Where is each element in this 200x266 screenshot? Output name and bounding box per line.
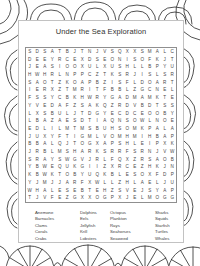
grid-cell: L bbox=[49, 140, 57, 148]
grid-cell: Q bbox=[56, 140, 64, 148]
grid-cell: S bbox=[139, 48, 147, 56]
grid-cell: N bbox=[154, 117, 162, 125]
grid-cell: F bbox=[79, 179, 87, 187]
grid-cell: S bbox=[116, 79, 124, 87]
grid-cell: A bbox=[41, 140, 49, 148]
grid-cell: L bbox=[56, 125, 64, 133]
grid-cell: Y bbox=[49, 56, 57, 64]
grid-cell: R bbox=[41, 86, 49, 94]
grid-cell: T bbox=[26, 194, 34, 202]
grid-cell: I bbox=[109, 79, 117, 87]
grid-cell: B bbox=[64, 48, 72, 56]
grid-cell: X bbox=[79, 194, 87, 202]
grid-cell: K bbox=[71, 163, 79, 171]
grid-cell: O bbox=[131, 117, 139, 125]
grid-cell: V bbox=[79, 156, 87, 164]
grid-cell: Z bbox=[116, 179, 124, 187]
grid-cell: U bbox=[169, 63, 177, 71]
grid-cell: U bbox=[86, 63, 94, 71]
grid-cell: B bbox=[94, 125, 102, 133]
grid-cell: F bbox=[26, 94, 34, 102]
word-list-column: SharksSquidsStarfishTurtlesWhales bbox=[155, 210, 170, 242]
grid-cell: D bbox=[161, 171, 169, 179]
grid-cell: S bbox=[101, 148, 109, 156]
word-list-item: Seaweed bbox=[110, 236, 155, 242]
grid-cell: E bbox=[34, 63, 42, 71]
grid-cell: Z bbox=[101, 79, 109, 87]
grid-cell: B bbox=[49, 110, 57, 118]
grid-cell: S bbox=[71, 117, 79, 125]
grid-cell: S bbox=[56, 156, 64, 164]
grid-cell: K bbox=[154, 56, 162, 64]
grid-cell: P bbox=[169, 187, 177, 195]
grid-cell: P bbox=[154, 63, 162, 71]
grid-cell: C bbox=[86, 71, 94, 79]
grid-cell: J bbox=[34, 179, 42, 187]
grid-cell: S bbox=[94, 56, 102, 64]
word-list-item: Whales bbox=[155, 236, 170, 242]
grid-cell: L bbox=[146, 117, 154, 125]
grid-cell: P bbox=[169, 171, 177, 179]
grid-cell: E bbox=[49, 163, 57, 171]
grid-cell: E bbox=[71, 56, 79, 64]
grid-cell: F bbox=[109, 156, 117, 164]
word-list-item: Squids bbox=[155, 216, 170, 222]
grid-cell: H bbox=[124, 133, 132, 141]
grid-cell: D bbox=[26, 56, 34, 64]
grid-cell: G bbox=[86, 140, 94, 148]
grid-cell: N bbox=[154, 86, 162, 94]
grid-cell: N bbox=[86, 48, 94, 56]
grid-cell: J bbox=[124, 194, 132, 202]
grid-cell: A bbox=[79, 148, 87, 156]
grid-cell: L bbox=[161, 48, 169, 56]
grid-cell: P bbox=[79, 71, 87, 79]
grid-cell: O bbox=[161, 117, 169, 125]
word-list-item: Crabs bbox=[35, 236, 80, 242]
grid-cell: B bbox=[139, 102, 147, 110]
grid-cell: Z bbox=[64, 194, 72, 202]
grid-cell: B bbox=[79, 187, 87, 195]
grid-cell: F bbox=[146, 56, 154, 64]
grid-cell: A bbox=[154, 156, 162, 164]
grid-cell: Z bbox=[56, 86, 64, 94]
grid-cell: B bbox=[146, 63, 154, 71]
grid-cell: B bbox=[34, 171, 42, 179]
grid-cell: B bbox=[34, 163, 42, 171]
grid-cell: X bbox=[101, 63, 109, 71]
grid-cell: Z bbox=[109, 102, 117, 110]
grid-cell: J bbox=[161, 163, 169, 171]
grid-cell: I bbox=[139, 71, 147, 79]
grid-cell: A bbox=[41, 117, 49, 125]
grid-cell: O bbox=[139, 171, 147, 179]
grid-cell: L bbox=[26, 110, 34, 118]
grid-cell: T bbox=[79, 110, 87, 118]
word-list-column: AnemoneBarnaclesClamsCoralsCrabs bbox=[35, 210, 80, 242]
grid-cell: X bbox=[109, 163, 117, 171]
grid-cell: Z bbox=[94, 71, 102, 79]
grid-cell: J bbox=[26, 133, 34, 141]
word-list-column: DolphinsEelsJellyfishKrillLobsters bbox=[80, 210, 110, 242]
grid-cell: X bbox=[116, 194, 124, 202]
grid-cell: M bbox=[131, 133, 139, 141]
grid-cell: R bbox=[86, 148, 94, 156]
grid-cell: F bbox=[101, 86, 109, 94]
grid-cell: A bbox=[161, 133, 169, 141]
grid-cell: L bbox=[101, 179, 109, 187]
grid-cell: A bbox=[161, 187, 169, 195]
grid-cell: J bbox=[34, 194, 42, 202]
word-list-item: Lobsters bbox=[80, 236, 110, 242]
grid-cell: M bbox=[56, 148, 64, 156]
grid-cell: E bbox=[41, 56, 49, 64]
grid-cell: T bbox=[64, 133, 72, 141]
grid-cell: W bbox=[26, 187, 34, 195]
grid-cell: S bbox=[26, 48, 34, 56]
grid-cell: D bbox=[49, 102, 57, 110]
grid-cell: O bbox=[109, 133, 117, 141]
grid-cell: T bbox=[86, 187, 94, 195]
grid-cell: K bbox=[154, 94, 162, 102]
grid-cell: E bbox=[131, 163, 139, 171]
grid-cell: R bbox=[139, 148, 147, 156]
grid-cell: A bbox=[154, 125, 162, 133]
grid-cell: M bbox=[131, 125, 139, 133]
grid-cell: M bbox=[131, 94, 139, 102]
grid-cell: W bbox=[86, 94, 94, 102]
grid-cell: P bbox=[169, 133, 177, 141]
grid-cell: D bbox=[139, 79, 147, 87]
word-search-screenshot: Under the Sea Exploration SDSATBJTNJVSQX… bbox=[0, 0, 200, 266]
grid-cell: A bbox=[56, 102, 64, 110]
grid-cell: E bbox=[131, 187, 139, 195]
grid-cell: S bbox=[116, 63, 124, 71]
grid-cell: O bbox=[139, 56, 147, 64]
grid-cell: E bbox=[109, 110, 117, 118]
grid-cell: L bbox=[131, 140, 139, 148]
grid-cell: H bbox=[71, 148, 79, 156]
grid-cell: Y bbox=[79, 171, 87, 179]
grid-cell: X bbox=[49, 86, 57, 94]
grid-cell: R bbox=[109, 148, 117, 156]
grid-cell: M bbox=[146, 194, 154, 202]
grid-cell: L bbox=[161, 125, 169, 133]
grid-cell: I bbox=[56, 63, 64, 71]
grid-cell: V bbox=[161, 148, 169, 156]
grid-cell: T bbox=[64, 86, 72, 94]
grid-cell: K bbox=[139, 125, 147, 133]
grid-cell: A bbox=[154, 48, 162, 56]
grid-cell: I bbox=[49, 125, 57, 133]
grid-cell: D bbox=[146, 102, 154, 110]
grid-cell: B bbox=[116, 86, 124, 94]
grid-cell: S bbox=[116, 140, 124, 148]
grid-cell: J bbox=[71, 48, 79, 56]
grid-cell: E bbox=[34, 56, 42, 64]
grid-cell: W bbox=[169, 148, 177, 156]
grid-cell: E bbox=[139, 140, 147, 148]
grid-cell: F bbox=[64, 102, 72, 110]
grid-cell: E bbox=[124, 171, 132, 179]
grid-cell: X bbox=[41, 133, 49, 141]
grid-cell: Y bbox=[101, 110, 109, 118]
grid-cell: U bbox=[34, 133, 42, 141]
grid-cell: S bbox=[109, 48, 117, 56]
grid-cell: S bbox=[116, 125, 124, 133]
grid-cell: R bbox=[139, 156, 147, 164]
grid-cell: T bbox=[49, 79, 57, 87]
grid-cell: A bbox=[86, 102, 94, 110]
grid-cell: E bbox=[71, 187, 79, 195]
grid-cell: T bbox=[56, 48, 64, 56]
grid-cell: S bbox=[161, 71, 169, 79]
grid-cell: M bbox=[79, 125, 87, 133]
grid-cell: Q bbox=[56, 163, 64, 171]
grid-cell: M bbox=[116, 133, 124, 141]
grid-cell: S bbox=[64, 187, 72, 195]
grid-cell: H bbox=[101, 187, 109, 195]
grid-cell: R bbox=[116, 163, 124, 171]
grid-cell: E bbox=[139, 110, 147, 118]
grid-cell: G bbox=[94, 110, 102, 118]
grid-cell: L bbox=[109, 179, 117, 187]
grid-cell: Q bbox=[109, 117, 117, 125]
grid-cell: S bbox=[124, 117, 132, 125]
grid-cell: P bbox=[154, 140, 162, 148]
grid-cell: U bbox=[101, 125, 109, 133]
grid-cell: I bbox=[86, 163, 94, 171]
grid-cell: O bbox=[41, 79, 49, 87]
grid-cell: A bbox=[139, 179, 147, 187]
grid-cell: L bbox=[169, 86, 177, 94]
grid-cell: E bbox=[146, 179, 154, 187]
grid-cell: R bbox=[116, 148, 124, 156]
grid-cell: S bbox=[79, 102, 87, 110]
grid-cell: X bbox=[79, 56, 87, 64]
grid-cell: W bbox=[34, 71, 42, 79]
grid-cell: Y bbox=[161, 63, 169, 71]
grid-cell: X bbox=[161, 140, 169, 148]
grid-cell: R bbox=[116, 102, 124, 110]
grid-cell: R bbox=[56, 56, 64, 64]
grid-cell: Y bbox=[169, 110, 177, 118]
grid-cell: I bbox=[139, 133, 147, 141]
grid-cell: B bbox=[154, 133, 162, 141]
grid-cell: L bbox=[56, 71, 64, 79]
grid-cell: A bbox=[139, 94, 147, 102]
grid-cell: B bbox=[71, 171, 79, 179]
grid-cell: O bbox=[64, 63, 72, 71]
grid-cell: G bbox=[161, 194, 169, 202]
grid-cell: C bbox=[64, 56, 72, 64]
grid-cell: Y bbox=[26, 179, 34, 187]
grid-cell: E bbox=[64, 117, 72, 125]
word-search-grid: SDSATBJTNJVSQXXSMALCDEEYRCEXDSEONISOFKJT… bbox=[25, 47, 177, 203]
grid-cell: Z bbox=[139, 163, 147, 171]
grid-cell: S bbox=[131, 148, 139, 156]
grid-cell: J bbox=[49, 179, 57, 187]
grid-cell: R bbox=[34, 156, 42, 164]
grid-cell: Z bbox=[131, 86, 139, 94]
grid-cell: J bbox=[71, 110, 79, 118]
grid-cell: T bbox=[169, 79, 177, 87]
grid-cell: N bbox=[116, 56, 124, 64]
grid-cell: A bbox=[41, 63, 49, 71]
grid-cell: J bbox=[131, 71, 139, 79]
grid-cell: V bbox=[101, 48, 109, 56]
grid-cell: B bbox=[109, 86, 117, 94]
grid-cell: I bbox=[86, 86, 94, 94]
grid-cell: B bbox=[26, 140, 34, 148]
grid-cell: E bbox=[161, 86, 169, 94]
grid-cell: Y bbox=[26, 102, 34, 110]
grid-cell: V bbox=[124, 187, 132, 195]
grid-cell: V bbox=[131, 102, 139, 110]
grid-cell: U bbox=[86, 171, 94, 179]
grid-cell: L bbox=[131, 179, 139, 187]
grid-cell: L bbox=[139, 63, 147, 71]
grid-cell: E bbox=[26, 125, 34, 133]
grid-cell: B bbox=[64, 94, 72, 102]
grid-cell: R bbox=[94, 94, 102, 102]
grid-cell: A bbox=[34, 79, 42, 87]
grid-cell: S bbox=[41, 48, 49, 56]
word-list: AnemoneBarnaclesClamsCoralsCrabsDolphins… bbox=[19, 210, 183, 242]
grid-cell: L bbox=[124, 86, 132, 94]
grid-cell: L bbox=[101, 156, 109, 164]
grid-cell: G bbox=[101, 194, 109, 202]
grid-cell: K bbox=[169, 140, 177, 148]
grid-cell: W bbox=[139, 117, 147, 125]
grid-cell: E bbox=[41, 102, 49, 110]
grid-cell: C bbox=[146, 86, 154, 94]
grid-cell: Z bbox=[131, 156, 139, 164]
grid-cell: G bbox=[109, 94, 117, 102]
grid-cell: P bbox=[146, 125, 154, 133]
grid-cell: F bbox=[124, 79, 132, 87]
grid-cell: Q bbox=[101, 102, 109, 110]
grid-cell: O bbox=[94, 194, 102, 202]
grid-cell: B bbox=[94, 79, 102, 87]
grid-cell: V bbox=[41, 194, 49, 202]
grid-cell: S bbox=[131, 56, 139, 64]
grid-cell: W bbox=[41, 163, 49, 171]
grid-cell: Y bbox=[49, 156, 57, 164]
grid-cell: D bbox=[34, 48, 42, 56]
grid-cell: X bbox=[94, 140, 102, 148]
grid-cell: H bbox=[146, 133, 154, 141]
grid-cell: C bbox=[131, 110, 139, 118]
grid-cell: L bbox=[49, 187, 57, 195]
grid-cell: N bbox=[116, 117, 124, 125]
grid-cell: G bbox=[71, 156, 79, 164]
grid-cell: E bbox=[131, 194, 139, 202]
grid-cell: P bbox=[109, 140, 117, 148]
grid-cell: A bbox=[169, 125, 177, 133]
grid-cell: P bbox=[86, 79, 94, 87]
grid-cell: K bbox=[26, 171, 34, 179]
grid-cell: O bbox=[71, 79, 79, 87]
grid-cell: R bbox=[124, 71, 132, 79]
grid-cell: G bbox=[71, 194, 79, 202]
grid-cell: Q bbox=[94, 171, 102, 179]
puzzle-page: Under the Sea Exploration SDSATBJTNJVSQX… bbox=[18, 20, 184, 243]
grid-cell: E bbox=[94, 187, 102, 195]
grid-cell: A bbox=[154, 79, 162, 87]
grid-cell: J bbox=[26, 148, 34, 156]
grid-cell: L bbox=[94, 63, 102, 71]
grid-cell: S bbox=[146, 156, 154, 164]
grid-cell: P bbox=[109, 194, 117, 202]
grid-cell: L bbox=[49, 148, 57, 156]
grid-cell: O bbox=[64, 171, 72, 179]
grid-cell: M bbox=[41, 179, 49, 187]
grid-cell: E bbox=[56, 187, 64, 195]
grid-cell: I bbox=[94, 163, 102, 171]
grid-cell: K bbox=[71, 94, 79, 102]
grid-cell: I bbox=[26, 86, 34, 94]
grid-cell: A bbox=[64, 179, 72, 187]
grid-cell: U bbox=[56, 110, 64, 118]
grid-cell: T bbox=[169, 56, 177, 64]
grid-cell: D bbox=[124, 94, 132, 102]
grid-cell: T bbox=[94, 86, 102, 94]
grid-cell: O bbox=[124, 125, 132, 133]
grid-cell: X bbox=[131, 48, 139, 56]
grid-cell: L bbox=[154, 179, 162, 187]
grid-cell: G bbox=[79, 133, 87, 141]
grid-cell: J bbox=[56, 179, 64, 187]
grid-cell: Y bbox=[154, 187, 162, 195]
grid-cell: J bbox=[161, 179, 169, 187]
grid-cell: A bbox=[116, 94, 124, 102]
grid-cell: L bbox=[116, 171, 124, 179]
grid-cell: U bbox=[64, 163, 72, 171]
grid-cell: S bbox=[26, 79, 34, 87]
grid-cell: K bbox=[94, 102, 102, 110]
grid-cell: B bbox=[169, 156, 177, 164]
grid-cell: S bbox=[41, 94, 49, 102]
grid-cell: M bbox=[64, 125, 72, 133]
grid-cell: X bbox=[86, 194, 94, 202]
grid-cell: J bbox=[161, 56, 169, 64]
grid-cell: O bbox=[161, 156, 169, 164]
grid-cell: T bbox=[56, 171, 64, 179]
grid-cell: X bbox=[79, 63, 87, 71]
grid-cell: X bbox=[34, 110, 42, 118]
grid-cell: D bbox=[124, 110, 132, 118]
grid-cell: K bbox=[64, 79, 72, 87]
grid-cell: I bbox=[124, 56, 132, 64]
grid-cell: W bbox=[41, 171, 49, 179]
grid-cell: G bbox=[169, 194, 177, 202]
grid-cell: H bbox=[124, 63, 132, 71]
grid-cell: D bbox=[86, 56, 94, 64]
grid-cell: Z bbox=[109, 187, 117, 195]
grid-cell: A bbox=[49, 48, 57, 56]
grid-cell: S bbox=[116, 71, 124, 79]
grid-cell: Z bbox=[56, 79, 64, 87]
grid-cell: S bbox=[64, 148, 72, 156]
grid-cell: S bbox=[131, 171, 139, 179]
grid-cell: V bbox=[101, 133, 109, 141]
grid-cell: D bbox=[124, 102, 132, 110]
grid-cell: F bbox=[49, 194, 57, 202]
grid-cell: R bbox=[161, 79, 169, 87]
grid-cell: N bbox=[146, 148, 154, 156]
grid-cell: L bbox=[139, 194, 147, 202]
